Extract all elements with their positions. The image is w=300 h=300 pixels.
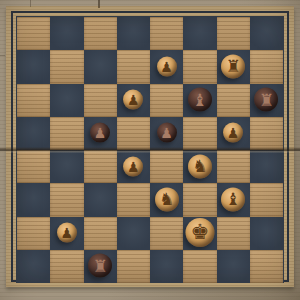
square-d3[interactable] [117,183,150,216]
square-f4[interactable]: ♞ [183,150,216,183]
square-d8[interactable] [117,17,150,50]
square-h3[interactable] [250,183,283,216]
square-g5[interactable]: ♟ [217,117,250,150]
square-h4[interactable] [250,150,283,183]
piece-white-knight: ♞ [188,154,212,178]
square-a2[interactable] [17,217,50,250]
piece-black-pawn: ♟ [90,123,110,143]
wood-crack [0,55,5,56]
piece-white-pawn: ♟ [157,56,177,76]
piece-white-pawn: ♟ [123,156,143,176]
square-a6[interactable] [17,84,50,117]
square-e6[interactable] [150,84,183,117]
square-c6[interactable] [84,84,117,117]
square-b4[interactable] [50,150,83,183]
piece-white-pawn: ♟ [57,223,77,243]
square-c7[interactable] [84,50,117,83]
square-g3[interactable]: ♝ [217,183,250,216]
square-f5[interactable] [183,117,216,150]
square-g6[interactable] [217,84,250,117]
square-b3[interactable] [50,183,83,216]
square-e1[interactable] [150,250,183,283]
piece-black-rook: ♜ [254,88,278,112]
square-a7[interactable] [17,50,50,83]
square-f7[interactable] [183,50,216,83]
square-b8[interactable] [50,17,83,50]
square-b1[interactable] [50,250,83,283]
square-e5[interactable]: ♟ [150,117,183,150]
square-e4[interactable] [150,150,183,183]
square-h1[interactable] [250,250,283,283]
piece-white-king: ♚ [185,218,214,247]
square-g7[interactable]: ♜ [217,50,250,83]
square-e8[interactable] [150,17,183,50]
square-d7[interactable] [117,50,150,83]
board-photo: ♟♜♟♝♜♟♟♟♟♞♞♝♟♚♜ [0,0,300,300]
square-e7[interactable]: ♟ [150,50,183,83]
square-h5[interactable] [250,117,283,150]
square-b6[interactable] [50,84,83,117]
square-g1[interactable] [217,250,250,283]
square-h8[interactable] [250,17,283,50]
square-a8[interactable] [17,17,50,50]
piece-black-pawn: ♟ [157,123,177,143]
square-g4[interactable] [217,150,250,183]
square-c2[interactable] [84,217,117,250]
square-a3[interactable] [17,183,50,216]
square-e2[interactable] [150,217,183,250]
square-c3[interactable] [84,183,117,216]
square-g8[interactable] [217,17,250,50]
square-g2[interactable] [217,217,250,250]
square-c4[interactable] [84,150,117,183]
piece-white-pawn: ♟ [123,90,143,110]
square-h7[interactable] [250,50,283,83]
square-f8[interactable] [183,17,216,50]
square-d6[interactable]: ♟ [117,84,150,117]
square-d1[interactable] [117,250,150,283]
square-h6[interactable]: ♜ [250,84,283,117]
square-a4[interactable] [17,150,50,183]
square-f1[interactable] [183,250,216,283]
square-f3[interactable] [183,183,216,216]
square-b2[interactable]: ♟ [50,217,83,250]
square-d2[interactable] [117,217,150,250]
square-f2[interactable]: ♚ [183,217,216,250]
square-b5[interactable] [50,117,83,150]
square-f6[interactable]: ♝ [183,84,216,117]
square-a5[interactable] [17,117,50,150]
piece-white-knight: ♞ [155,187,179,211]
square-e3[interactable]: ♞ [150,183,183,216]
board-grid: ♟♜♟♝♜♟♟♟♟♞♞♝♟♚♜ [17,17,283,283]
piece-white-pawn: ♟ [223,123,243,143]
piece-white-bishop: ♝ [221,187,245,211]
piece-black-rook: ♜ [88,254,112,278]
piece-white-rook: ♜ [221,54,245,78]
square-d4[interactable]: ♟ [117,150,150,183]
square-h2[interactable] [250,217,283,250]
square-d5[interactable] [117,117,150,150]
piece-black-bishop: ♝ [188,88,212,112]
square-a1[interactable] [17,250,50,283]
square-c5[interactable]: ♟ [84,117,117,150]
square-c8[interactable] [84,17,117,50]
square-c1[interactable]: ♜ [84,250,117,283]
square-b7[interactable] [50,50,83,83]
